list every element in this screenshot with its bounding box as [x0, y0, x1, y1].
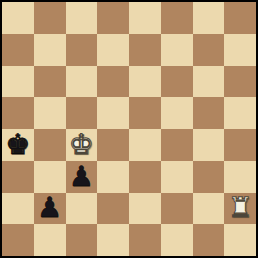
- square-d7[interactable]: [97, 34, 129, 66]
- square-c6[interactable]: [66, 66, 98, 98]
- square-c4[interactable]: ♚: [66, 129, 98, 161]
- square-f4[interactable]: [161, 129, 193, 161]
- square-a3[interactable]: [2, 161, 34, 193]
- square-g4[interactable]: [193, 129, 225, 161]
- square-g5[interactable]: [193, 97, 225, 129]
- white-rook[interactable]: ♜: [224, 193, 256, 225]
- square-a4[interactable]: ♚: [2, 129, 34, 161]
- chess-board: ♚♚♟♟♜: [2, 2, 256, 256]
- black-pawn[interactable]: ♟: [66, 161, 98, 193]
- square-g8[interactable]: [193, 2, 225, 34]
- square-d5[interactable]: [97, 97, 129, 129]
- square-a5[interactable]: [2, 97, 34, 129]
- square-a8[interactable]: [2, 2, 34, 34]
- square-b6[interactable]: [34, 66, 66, 98]
- square-h5[interactable]: [224, 97, 256, 129]
- square-d1[interactable]: [97, 224, 129, 256]
- square-e2[interactable]: [129, 193, 161, 225]
- square-h7[interactable]: [224, 34, 256, 66]
- square-g1[interactable]: [193, 224, 225, 256]
- square-f7[interactable]: [161, 34, 193, 66]
- square-e3[interactable]: [129, 161, 161, 193]
- square-c8[interactable]: [66, 2, 98, 34]
- square-b2[interactable]: ♟: [34, 193, 66, 225]
- square-f1[interactable]: [161, 224, 193, 256]
- square-a2[interactable]: [2, 193, 34, 225]
- square-d8[interactable]: [97, 2, 129, 34]
- square-g7[interactable]: [193, 34, 225, 66]
- square-f8[interactable]: [161, 2, 193, 34]
- black-pawn[interactable]: ♟: [34, 193, 66, 225]
- square-b3[interactable]: [34, 161, 66, 193]
- square-h3[interactable]: [224, 161, 256, 193]
- square-c3[interactable]: ♟: [66, 161, 98, 193]
- square-d2[interactable]: [97, 193, 129, 225]
- square-a6[interactable]: [2, 66, 34, 98]
- square-e1[interactable]: [129, 224, 161, 256]
- square-b8[interactable]: [34, 2, 66, 34]
- square-e4[interactable]: [129, 129, 161, 161]
- square-h4[interactable]: [224, 129, 256, 161]
- square-h6[interactable]: [224, 66, 256, 98]
- square-f6[interactable]: [161, 66, 193, 98]
- square-h1[interactable]: [224, 224, 256, 256]
- square-c7[interactable]: [66, 34, 98, 66]
- square-e7[interactable]: [129, 34, 161, 66]
- square-d6[interactable]: [97, 66, 129, 98]
- square-b7[interactable]: [34, 34, 66, 66]
- black-king[interactable]: ♚: [2, 129, 34, 161]
- square-f5[interactable]: [161, 97, 193, 129]
- square-g2[interactable]: [193, 193, 225, 225]
- square-g6[interactable]: [193, 66, 225, 98]
- square-e6[interactable]: [129, 66, 161, 98]
- square-b5[interactable]: [34, 97, 66, 129]
- square-b1[interactable]: [34, 224, 66, 256]
- square-g3[interactable]: [193, 161, 225, 193]
- square-h8[interactable]: [224, 2, 256, 34]
- square-b4[interactable]: [34, 129, 66, 161]
- square-f2[interactable]: [161, 193, 193, 225]
- square-f3[interactable]: [161, 161, 193, 193]
- square-c2[interactable]: [66, 193, 98, 225]
- chess-board-frame: ♚♚♟♟♜: [0, 0, 258, 258]
- square-d3[interactable]: [97, 161, 129, 193]
- square-a7[interactable]: [2, 34, 34, 66]
- white-king[interactable]: ♚: [66, 129, 98, 161]
- square-d4[interactable]: [97, 129, 129, 161]
- square-h2[interactable]: ♜: [224, 193, 256, 225]
- square-e8[interactable]: [129, 2, 161, 34]
- square-c1[interactable]: [66, 224, 98, 256]
- square-c5[interactable]: [66, 97, 98, 129]
- square-e5[interactable]: [129, 97, 161, 129]
- square-a1[interactable]: [2, 224, 34, 256]
